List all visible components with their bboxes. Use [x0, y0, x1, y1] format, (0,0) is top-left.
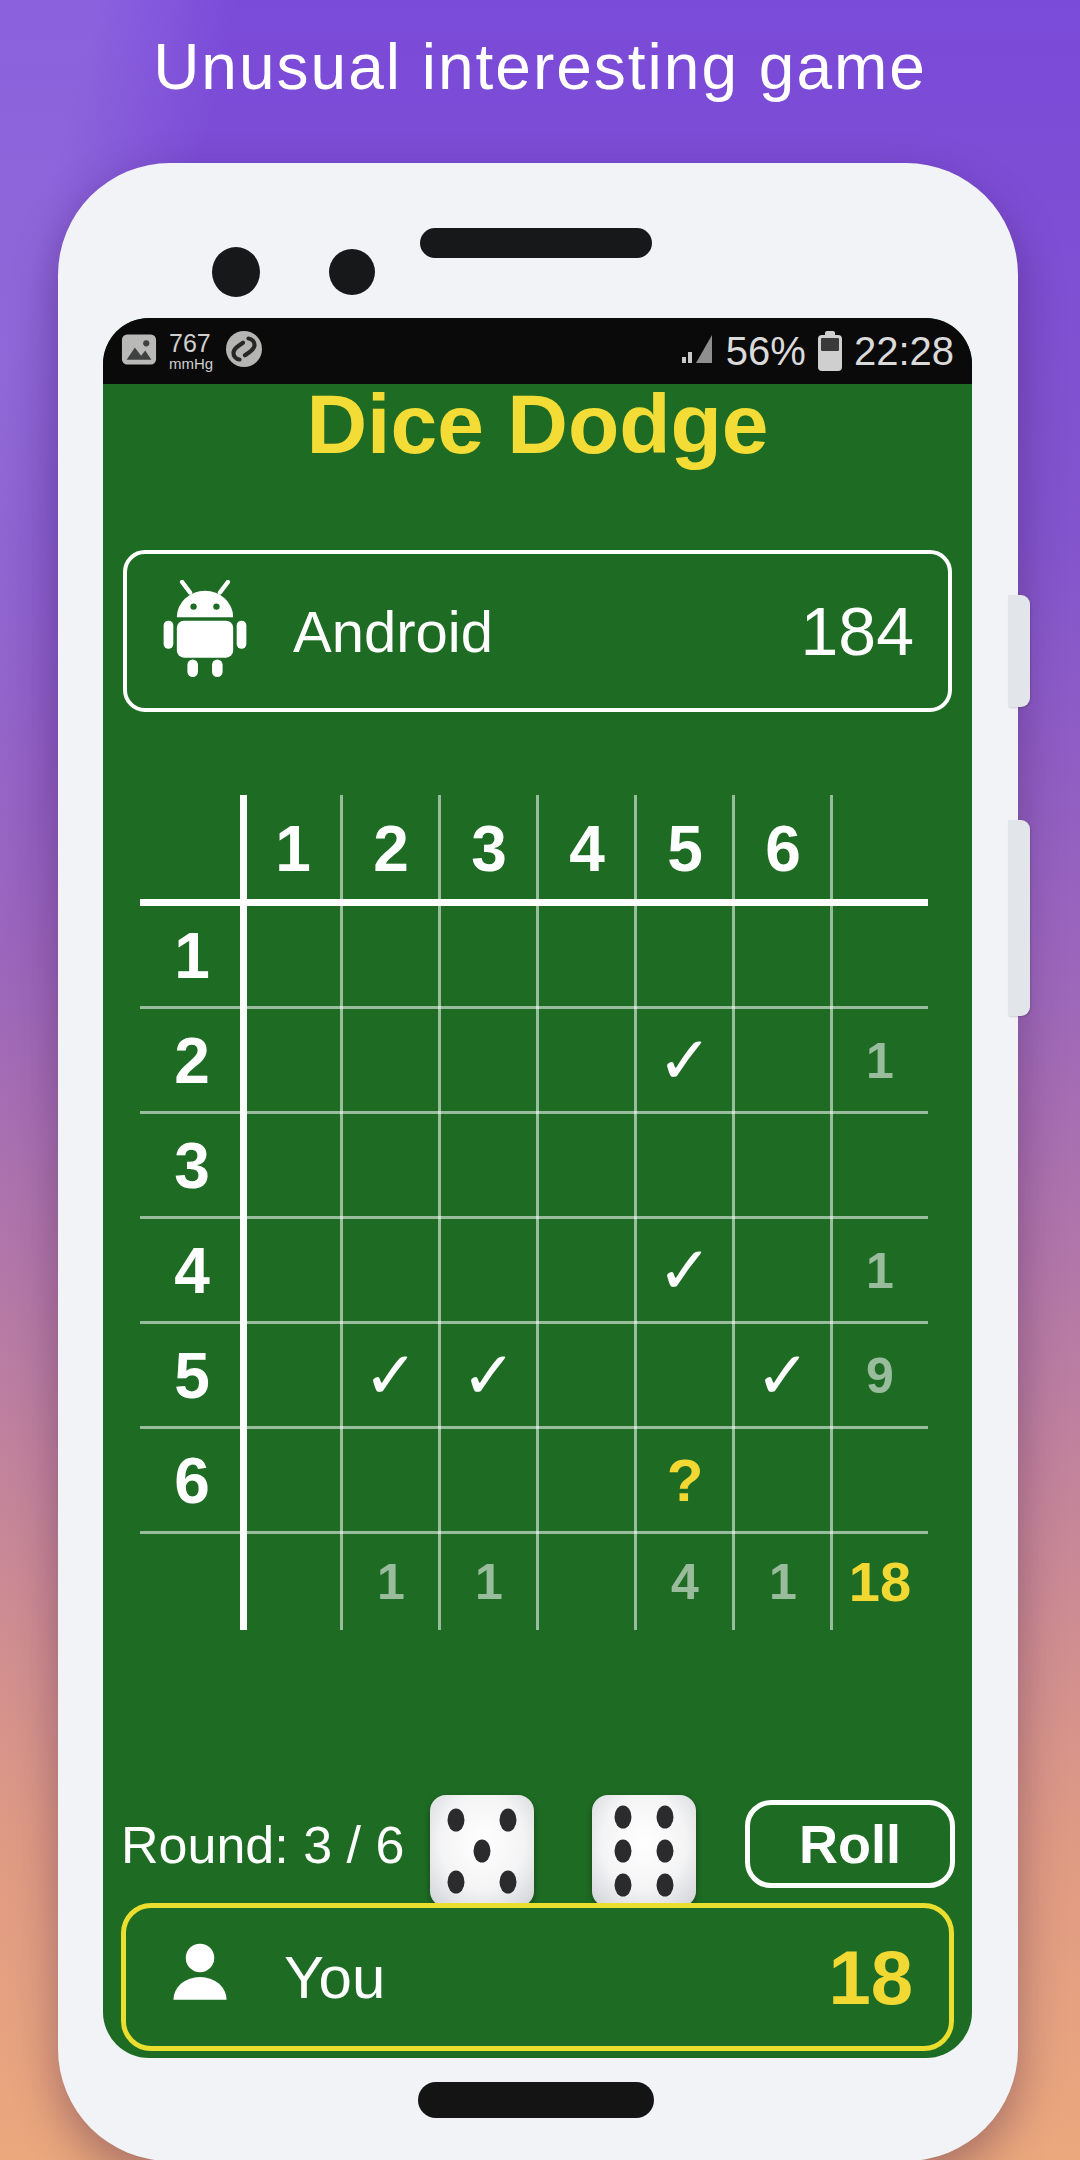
col-total-4 — [538, 1533, 636, 1630]
board-corner-right — [832, 795, 928, 903]
board-cell-r4c6[interactable] — [734, 1218, 832, 1323]
row-header-1: 1 — [140, 903, 244, 1008]
round-label: Round: 3 / 6 — [121, 1798, 404, 1893]
grand-total: 18 — [832, 1533, 928, 1630]
board-cell-r2c5[interactable]: ✓ — [636, 1008, 734, 1113]
board-cell-r6c2[interactable] — [342, 1428, 440, 1533]
opponent-score: 184 — [801, 592, 914, 670]
shazam-icon — [225, 330, 263, 372]
row-header-5: 5 — [140, 1323, 244, 1428]
die-1 — [430, 1795, 534, 1907]
board-cell-r3c5[interactable] — [636, 1113, 734, 1218]
board-cell-r4c1[interactable] — [244, 1218, 342, 1323]
board-cell-r1c5[interactable] — [636, 903, 734, 1008]
board-cell-r3c1[interactable] — [244, 1113, 342, 1218]
roll-button[interactable]: Roll — [745, 1800, 955, 1888]
row-total-2: 1 — [832, 1008, 928, 1113]
board-cell-r2c1[interactable] — [244, 1008, 342, 1113]
battery-icon — [818, 335, 842, 371]
pressure-value: 767 — [169, 331, 213, 356]
phone-frame: 767 mmHg 56% — [58, 163, 1018, 2160]
promo-screenshot: Unusual interesting game 767 mmHg — [0, 0, 1080, 2160]
col-header-2: 2 — [342, 795, 440, 903]
status-bar: 767 mmHg 56% — [103, 318, 972, 384]
col-header-5: 5 — [636, 795, 734, 903]
person-icon — [162, 1937, 238, 2017]
player-card: You 18 — [121, 1903, 954, 2051]
board-cell-r5c4[interactable] — [538, 1323, 636, 1428]
board-cell-r4c5[interactable]: ✓ — [636, 1218, 734, 1323]
board-cell-r3c2[interactable] — [342, 1113, 440, 1218]
board-cell-r4c3[interactable] — [440, 1218, 538, 1323]
player-name: You — [284, 1943, 385, 2012]
board-cell-r5c2[interactable]: ✓ — [342, 1323, 440, 1428]
row-header-3: 3 — [140, 1113, 244, 1218]
player-score: 18 — [828, 1934, 913, 2021]
opponent-name: Android — [293, 598, 493, 665]
board-cell-r2c3[interactable] — [440, 1008, 538, 1113]
board-cell-r5c5[interactable] — [636, 1323, 734, 1428]
home-bar — [418, 2082, 654, 2118]
status-left-group: 767 mmHg — [121, 330, 263, 372]
row-total-5: 9 — [832, 1323, 928, 1428]
sensor-dot — [329, 249, 375, 295]
board-cell-r4c4[interactable] — [538, 1218, 636, 1323]
die-2 — [592, 1795, 696, 1907]
board-cell-r1c4[interactable] — [538, 903, 636, 1008]
speaker-grille — [420, 228, 652, 258]
board-cell-r1c3[interactable] — [440, 903, 538, 1008]
board-cell-r3c6[interactable] — [734, 1113, 832, 1218]
banner-title: Unusual interesting game — [0, 30, 1080, 104]
android-robot-icon — [161, 580, 249, 683]
signal-icon — [682, 333, 714, 369]
app-title: Dice Dodge — [103, 376, 972, 473]
pressure-notification: 767 mmHg — [169, 331, 213, 371]
col-total-3: 1 — [440, 1533, 538, 1630]
row-header-4: 4 — [140, 1218, 244, 1323]
board-cell-r5c3[interactable]: ✓ — [440, 1323, 538, 1428]
board-cell-r4c2[interactable] — [342, 1218, 440, 1323]
board-cell-r1c2[interactable] — [342, 903, 440, 1008]
app-screen: 767 mmHg 56% — [103, 318, 972, 2058]
col-total-2: 1 — [342, 1533, 440, 1630]
row-header-6: 6 — [140, 1428, 244, 1533]
board-cell-r1c1[interactable] — [244, 903, 342, 1008]
power-button — [1008, 595, 1030, 707]
row-total-1 — [832, 903, 928, 1008]
col-header-3: 3 — [440, 795, 538, 903]
board-cell-r3c4[interactable] — [538, 1113, 636, 1218]
col-header-4: 4 — [538, 795, 636, 903]
col-total-5: 4 — [636, 1533, 734, 1630]
board-grid: 12345612✓134✓15✓✓✓96?114118 — [140, 795, 928, 1630]
board-cell-r6c5[interactable]: ? — [636, 1428, 734, 1533]
board-corner — [140, 795, 244, 903]
board-cell-r6c4[interactable] — [538, 1428, 636, 1533]
board-cell-r2c4[interactable] — [538, 1008, 636, 1113]
status-right-group: 56% 22:28 — [682, 329, 954, 374]
front-camera-dot — [212, 247, 260, 297]
opponent-card: Android 184 — [123, 550, 952, 712]
pressure-unit: mmHg — [169, 356, 213, 371]
board-corner-bottom — [140, 1533, 244, 1630]
board-cell-r5c1[interactable] — [244, 1323, 342, 1428]
col-total-6: 1 — [734, 1533, 832, 1630]
board-cell-r3c3[interactable] — [440, 1113, 538, 1218]
row-total-3 — [832, 1113, 928, 1218]
board-cell-r6c1[interactable] — [244, 1428, 342, 1533]
volume-button — [1008, 820, 1030, 1016]
board-cell-r6c3[interactable] — [440, 1428, 538, 1533]
col-header-6: 6 — [734, 795, 832, 903]
col-total-1 — [244, 1533, 342, 1630]
col-header-1: 1 — [244, 795, 342, 903]
battery-percent: 56% — [726, 329, 806, 374]
clock-text: 22:28 — [854, 329, 954, 374]
row-header-2: 2 — [140, 1008, 244, 1113]
board-cell-r1c6[interactable] — [734, 903, 832, 1008]
board-cell-r2c2[interactable] — [342, 1008, 440, 1113]
row-total-4: 1 — [832, 1218, 928, 1323]
board-cell-r6c6[interactable] — [734, 1428, 832, 1533]
board-cell-r5c6[interactable]: ✓ — [734, 1323, 832, 1428]
gallery-icon — [121, 334, 157, 369]
board-cell-r2c6[interactable] — [734, 1008, 832, 1113]
row-total-6 — [832, 1428, 928, 1533]
score-board: 12345612✓134✓15✓✓✓96?114118 — [140, 795, 928, 1630]
